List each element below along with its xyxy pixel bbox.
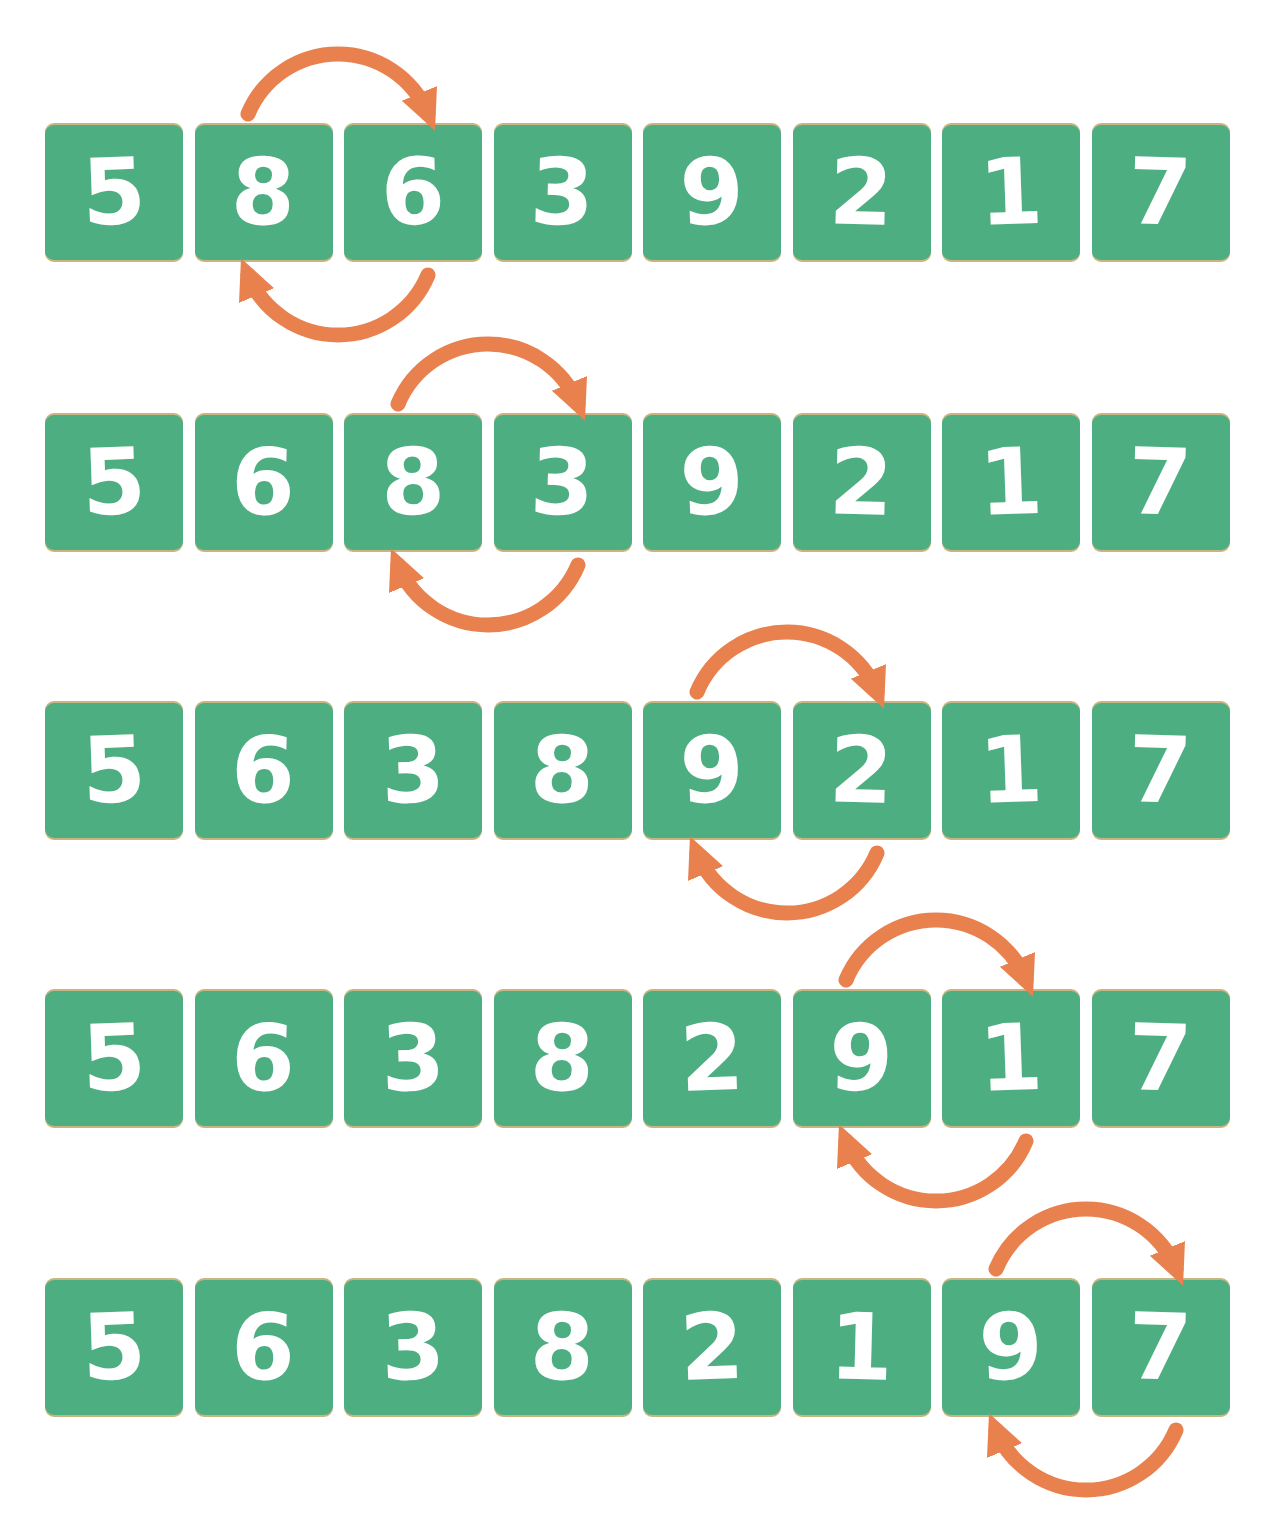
cell-digit: 3 xyxy=(529,436,595,530)
array-cell: 5 xyxy=(45,125,183,260)
swap-arrow-top-icon xyxy=(238,28,438,120)
array-cell: 8 xyxy=(494,991,632,1126)
cell-digit: 6 xyxy=(379,145,446,239)
swap-arrow-bottom-icon xyxy=(986,1424,1186,1516)
cell-digit: 8 xyxy=(529,1301,595,1395)
cell-digit: 5 xyxy=(80,145,147,239)
bubble-sort-board: 5863921756839217563892175638291756382197 xyxy=(0,0,1273,1538)
cell-digit: 1 xyxy=(977,723,1044,817)
array-cell: 1 xyxy=(942,703,1080,838)
cell-digit: 1 xyxy=(828,1301,894,1395)
array-row-4: 56382917 xyxy=(0,991,1273,1126)
array-cell: 6 xyxy=(195,1280,333,1415)
cell-digit: 7 xyxy=(1127,724,1193,818)
array-cell: 8 xyxy=(494,1280,632,1415)
array-cell: 1 xyxy=(942,415,1080,550)
array-cell: 1 xyxy=(793,1280,931,1415)
array-cell: 9 xyxy=(942,1280,1080,1415)
cell-digit: 6 xyxy=(230,436,296,530)
array-cell: 7 xyxy=(1092,125,1230,260)
array-cell: 7 xyxy=(1092,1280,1230,1415)
array-row-2: 56839217 xyxy=(0,415,1273,550)
swap-arrow-top-icon xyxy=(388,318,588,410)
cell-digit: 8 xyxy=(379,435,446,529)
array-cell: 6 xyxy=(195,415,333,550)
array-cell: 5 xyxy=(45,415,183,550)
array-cell: 8 xyxy=(344,415,482,550)
array-cell: 2 xyxy=(643,1280,781,1415)
swap-arrow-top-icon xyxy=(836,894,1036,986)
cell-digit: 3 xyxy=(529,146,595,240)
array-cell: 6 xyxy=(344,125,482,260)
cell-digit: 2 xyxy=(828,146,894,240)
array-row-5: 56382197 xyxy=(0,1280,1273,1415)
array-cell: 5 xyxy=(45,703,183,838)
array-cell: 1 xyxy=(942,991,1080,1126)
cell-digit: 5 xyxy=(80,1011,147,1105)
cell-digit: 7 xyxy=(1127,436,1193,530)
cell-digit: 6 xyxy=(230,724,296,818)
array-cell: 8 xyxy=(494,703,632,838)
array-row-3: 56389217 xyxy=(0,703,1273,838)
cell-digit: 5 xyxy=(80,435,147,529)
cell-digit: 7 xyxy=(1127,1301,1193,1395)
array-cell: 5 xyxy=(45,1280,183,1415)
cell-digit: 6 xyxy=(230,1012,296,1106)
cell-digit: 9 xyxy=(828,1012,894,1106)
array-cell: 3 xyxy=(344,1280,482,1415)
array-cell: 6 xyxy=(195,991,333,1126)
array-cell: 3 xyxy=(344,703,482,838)
array-cell: 9 xyxy=(643,125,781,260)
cell-digit: 2 xyxy=(678,1011,745,1105)
cell-digit: 3 xyxy=(379,1011,446,1105)
array-cell: 7 xyxy=(1092,703,1230,838)
cell-digit: 8 xyxy=(230,146,296,240)
array-cell: 9 xyxy=(793,991,931,1126)
cell-digit: 7 xyxy=(1127,1012,1193,1106)
cell-digit: 9 xyxy=(678,723,745,817)
array-cell: 2 xyxy=(793,703,931,838)
cell-digit: 1 xyxy=(977,145,1044,239)
array-cell: 7 xyxy=(1092,991,1230,1126)
array-cell: 8 xyxy=(195,125,333,260)
array-cell: 2 xyxy=(793,415,931,550)
array-cell: 5 xyxy=(45,991,183,1126)
swap-arrow-top-icon xyxy=(687,606,887,698)
cell-digit: 3 xyxy=(379,723,446,817)
cell-digit: 1 xyxy=(977,1011,1044,1105)
cell-digit: 9 xyxy=(977,1300,1044,1394)
cell-digit: 2 xyxy=(828,724,894,818)
array-cell: 3 xyxy=(344,991,482,1126)
array-cell: 6 xyxy=(195,703,333,838)
array-cell: 7 xyxy=(1092,415,1230,550)
cell-digit: 8 xyxy=(529,724,595,818)
array-cell: 3 xyxy=(494,415,632,550)
cell-digit: 1 xyxy=(977,435,1044,529)
cell-digit: 5 xyxy=(80,1300,147,1394)
array-cell: 2 xyxy=(793,125,931,260)
array-cell: 9 xyxy=(643,703,781,838)
array-cell: 1 xyxy=(942,125,1080,260)
cell-digit: 2 xyxy=(828,436,894,530)
cell-digit: 7 xyxy=(1127,146,1193,240)
cell-digit: 8 xyxy=(529,1012,595,1106)
cell-digit: 9 xyxy=(678,435,745,529)
cell-digit: 2 xyxy=(678,1300,745,1394)
array-cell: 3 xyxy=(494,125,632,260)
array-cell: 2 xyxy=(643,991,781,1126)
swap-arrow-bottom-icon xyxy=(388,559,588,651)
swap-arrow-top-icon xyxy=(986,1183,1186,1275)
cell-digit: 6 xyxy=(230,1301,296,1395)
cell-digit: 5 xyxy=(80,723,147,817)
cell-digit: 3 xyxy=(379,1300,446,1394)
array-row-1: 58639217 xyxy=(0,125,1273,260)
cell-digit: 9 xyxy=(678,145,745,239)
array-cell: 9 xyxy=(643,415,781,550)
